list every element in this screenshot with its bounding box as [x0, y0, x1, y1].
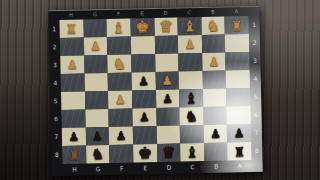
rank-label-left-3: 3 — [49, 56, 60, 74]
file-label-bottom-f: F — [110, 162, 134, 174]
square-a5 — [226, 88, 250, 106]
rank-label-right-2: 2 — [249, 34, 260, 52]
square-g5 — [85, 91, 109, 109]
square-g3 — [84, 55, 108, 73]
file-label-bottom-g: G — [86, 163, 110, 175]
square-h6 — [61, 109, 85, 127]
frame-corner — [248, 7, 259, 16]
table-surface: HGFEDCBA1♜♝♚♛♝♞♜12♟♟23♟♞♟34♟♟45♟♟♝56♟♞67… — [0, 0, 320, 180]
square-c6: ♞ — [179, 107, 203, 125]
black-pawn-a7: ♟ — [227, 124, 251, 142]
square-a6 — [227, 106, 251, 124]
square-c2: ♟ — [178, 35, 202, 53]
black-pawn-g7: ♟ — [85, 127, 109, 145]
square-b3: ♟ — [202, 53, 226, 71]
square-b5 — [203, 89, 227, 107]
square-h4 — [61, 73, 85, 91]
rank-label-right-4: 4 — [250, 70, 261, 88]
white-pawn-f5: ♟ — [108, 90, 132, 108]
white-king-e1: ♚ — [130, 18, 154, 36]
square-c4 — [179, 71, 203, 89]
rank-label-left-2: 2 — [49, 38, 60, 56]
white-knight-b1: ♞ — [201, 17, 225, 35]
square-b1: ♞ — [201, 17, 225, 35]
black-pawn-b7: ♟ — [203, 125, 227, 143]
square-a1: ♜ — [225, 16, 249, 34]
white-knight-f3: ♞ — [107, 55, 131, 73]
rank-label-left-4: 4 — [50, 74, 61, 92]
square-e3 — [131, 54, 155, 72]
square-d4: ♟ — [155, 72, 179, 90]
square-g8: ♞ — [86, 145, 110, 163]
square-d7 — [156, 125, 180, 143]
white-bishop-f1: ♝ — [107, 19, 131, 37]
square-d2 — [154, 36, 178, 54]
square-g6 — [85, 109, 109, 127]
square-f1: ♝ — [107, 19, 131, 37]
square-a8: ♜ — [227, 142, 251, 160]
square-a2 — [225, 34, 249, 52]
black-pawn-d5: ♟ — [155, 90, 179, 108]
square-b2 — [202, 35, 226, 53]
square-d3 — [155, 54, 179, 72]
square-b7: ♟ — [203, 125, 227, 143]
square-e5 — [132, 90, 156, 108]
rank-label-left-8: 8 — [51, 146, 62, 164]
square-g7: ♟ — [85, 127, 109, 145]
square-b6 — [203, 107, 227, 125]
square-g1 — [83, 19, 107, 37]
black-pawn-e4: ♟ — [131, 72, 155, 90]
rank-label-right-8: 8 — [251, 142, 262, 160]
black-queen-d8: ♛ — [157, 143, 181, 161]
black-king-e8: ♚ — [133, 144, 157, 162]
black-pawn-f7: ♟ — [109, 126, 133, 144]
rank-label-right-1: 1 — [248, 16, 259, 34]
square-h7: ♟ — [62, 127, 86, 145]
square-d5: ♟ — [155, 90, 179, 108]
file-label-bottom-a: A — [228, 160, 252, 172]
black-pawn-e6: ♟ — [132, 108, 156, 126]
rank-label-left-7: 7 — [51, 128, 62, 146]
square-g4 — [84, 73, 108, 91]
rank-label-left-1: 1 — [48, 20, 59, 38]
white-bishop-c1: ♝ — [178, 17, 202, 35]
file-label-bottom-e: E — [133, 162, 157, 174]
square-e4: ♟ — [131, 72, 155, 90]
square-f7: ♟ — [109, 126, 133, 144]
square-a3 — [226, 52, 250, 70]
white-pawn-c2: ♟ — [178, 35, 202, 53]
square-e6: ♟ — [132, 108, 156, 126]
rank-label-right-6: 6 — [250, 106, 261, 124]
white-pawn-d4: ♟ — [155, 72, 179, 90]
square-e8: ♚ — [133, 144, 157, 162]
square-c1: ♝ — [178, 17, 202, 35]
white-pawn-g2: ♟ — [83, 37, 107, 55]
frame-corner — [48, 11, 59, 20]
black-bishop-c8: ♝ — [180, 143, 204, 161]
square-f6 — [109, 108, 133, 126]
frame-corner — [52, 164, 63, 176]
rank-label-right-7: 7 — [251, 124, 262, 142]
square-h5 — [61, 91, 85, 109]
file-label-bottom-c: C — [181, 161, 205, 173]
square-c3 — [178, 53, 202, 71]
rank-label-right-5: 5 — [250, 88, 261, 106]
square-e7 — [133, 126, 157, 144]
square-d6 — [156, 108, 180, 126]
square-h2 — [60, 37, 84, 55]
frame-corner — [251, 160, 262, 172]
square-b8 — [204, 143, 228, 161]
chess-board: HGFEDCBA1♜♝♚♛♝♞♜12♟♟23♟♞♟34♟♟45♟♟♝56♟♞67… — [48, 6, 262, 176]
square-f3: ♞ — [107, 55, 131, 73]
rank-label-right-3: 3 — [249, 52, 260, 70]
square-f8 — [109, 144, 133, 162]
square-h8: ♜ — [62, 145, 86, 163]
black-knight-g8: ♞ — [86, 145, 110, 163]
square-h1: ♜ — [59, 20, 83, 38]
square-a4 — [226, 70, 250, 88]
square-g2: ♟ — [83, 37, 107, 55]
black-knight-c6: ♞ — [179, 107, 203, 125]
square-f5: ♟ — [108, 90, 132, 108]
white-pawn-h3: ♟ — [60, 55, 84, 73]
rank-label-left-5: 5 — [50, 92, 61, 110]
square-c7 — [180, 125, 204, 143]
square-f2 — [107, 37, 131, 55]
square-b4 — [202, 71, 226, 89]
square-c5: ♝ — [179, 89, 203, 107]
square-c8: ♝ — [180, 143, 204, 161]
file-label-bottom-b: B — [204, 161, 228, 173]
square-f4 — [108, 72, 132, 90]
file-label-bottom-d: D — [157, 161, 181, 173]
rank-label-left-6: 6 — [50, 110, 61, 128]
white-rook-a1: ♜ — [225, 16, 249, 34]
black-pawn-h7: ♟ — [62, 127, 86, 145]
white-rook-h1: ♜ — [59, 20, 83, 38]
white-queen-d1: ♛ — [154, 18, 178, 36]
black-rook-a8: ♜ — [227, 142, 251, 160]
square-e2 — [131, 36, 155, 54]
square-e1: ♚ — [130, 18, 154, 36]
white-pawn-b3: ♟ — [202, 53, 226, 71]
file-label-bottom-h: H — [63, 163, 87, 175]
square-d8: ♛ — [157, 143, 181, 161]
square-a7: ♟ — [227, 124, 251, 142]
square-h3: ♟ — [60, 55, 84, 73]
black-bishop-c5: ♝ — [179, 89, 203, 107]
black-rook-h8: ♜ — [62, 145, 86, 163]
square-d1: ♛ — [154, 18, 178, 36]
